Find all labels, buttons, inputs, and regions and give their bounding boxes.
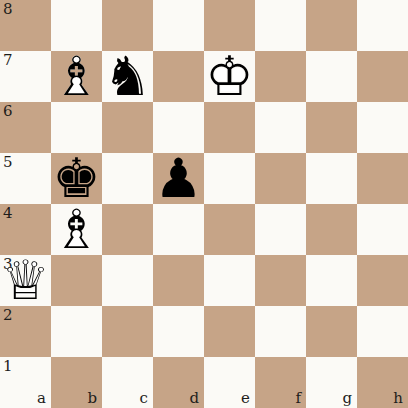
square-h3[interactable] [357, 255, 408, 306]
square-h2[interactable] [357, 306, 408, 357]
square-c3[interactable] [102, 255, 153, 306]
square-a3[interactable]: 3♛♕ [0, 255, 51, 306]
rank-label-8: 8 [3, 2, 13, 17]
square-f5[interactable] [255, 153, 306, 204]
square-b2[interactable] [51, 306, 102, 357]
square-b8[interactable] [51, 0, 102, 51]
square-f1[interactable]: f [255, 357, 306, 408]
square-f7[interactable] [255, 51, 306, 102]
square-a2[interactable]: 2 [0, 306, 51, 357]
file-label-f: f [295, 391, 301, 406]
rank-label-6: 6 [3, 104, 13, 119]
piece-black-king[interactable]: ♚ [51, 153, 102, 204]
square-h4[interactable] [357, 204, 408, 255]
square-f6[interactable] [255, 102, 306, 153]
file-label-c: c [140, 391, 148, 406]
file-label-a: a [37, 391, 46, 406]
square-g1[interactable]: g [306, 357, 357, 408]
square-d8[interactable] [153, 0, 204, 51]
square-c5[interactable] [102, 153, 153, 204]
square-a1[interactable]: 1a [0, 357, 51, 408]
square-h5[interactable] [357, 153, 408, 204]
square-b7[interactable]: ♝♗ [51, 51, 102, 102]
file-label-g: g [342, 391, 352, 406]
square-a8[interactable]: 8 [0, 0, 51, 51]
square-g8[interactable] [306, 0, 357, 51]
square-h6[interactable] [357, 102, 408, 153]
square-a4[interactable]: 4 [0, 204, 51, 255]
square-d7[interactable] [153, 51, 204, 102]
square-d2[interactable] [153, 306, 204, 357]
file-label-d: d [189, 391, 199, 406]
white-queen-icon: ♕ [0, 255, 51, 306]
square-e3[interactable] [204, 255, 255, 306]
square-d3[interactable] [153, 255, 204, 306]
piece-white-king[interactable]: ♚♔ [204, 51, 255, 102]
square-e8[interactable] [204, 0, 255, 51]
square-e7[interactable]: ♚♔ [204, 51, 255, 102]
piece-black-knight[interactable]: ♞ [102, 51, 153, 102]
square-c6[interactable] [102, 102, 153, 153]
square-b1[interactable]: b [51, 357, 102, 408]
square-d1[interactable]: d [153, 357, 204, 408]
square-d6[interactable] [153, 102, 204, 153]
square-b4[interactable]: ♝♗ [51, 204, 102, 255]
square-g4[interactable] [306, 204, 357, 255]
file-label-e: e [241, 391, 250, 406]
square-d4[interactable] [153, 204, 204, 255]
square-e6[interactable] [204, 102, 255, 153]
rank-label-4: 4 [3, 206, 13, 221]
square-e1[interactable]: e [204, 357, 255, 408]
piece-black-pawn[interactable]: ♟ [153, 153, 204, 204]
square-c7[interactable]: ♞ [102, 51, 153, 102]
square-g2[interactable] [306, 306, 357, 357]
square-b6[interactable] [51, 102, 102, 153]
square-f4[interactable] [255, 204, 306, 255]
square-a6[interactable]: 6 [0, 102, 51, 153]
square-h8[interactable] [357, 0, 408, 51]
square-a5[interactable]: 5 [0, 153, 51, 204]
square-b3[interactable] [51, 255, 102, 306]
square-e5[interactable] [204, 153, 255, 204]
black-king-icon: ♚ [51, 153, 102, 204]
square-e2[interactable] [204, 306, 255, 357]
square-h1[interactable]: h [357, 357, 408, 408]
square-f2[interactable] [255, 306, 306, 357]
square-f3[interactable] [255, 255, 306, 306]
square-g7[interactable] [306, 51, 357, 102]
rank-label-7: 7 [3, 53, 13, 68]
rank-label-5: 5 [3, 155, 13, 170]
white-king-icon: ♔ [204, 51, 255, 102]
black-knight-icon: ♞ [102, 51, 153, 102]
square-g5[interactable] [306, 153, 357, 204]
square-h7[interactable] [357, 51, 408, 102]
piece-white-bishop[interactable]: ♝♗ [51, 204, 102, 255]
square-g6[interactable] [306, 102, 357, 153]
piece-white-bishop[interactable]: ♝♗ [51, 51, 102, 102]
square-g3[interactable] [306, 255, 357, 306]
square-a7[interactable]: 7 [0, 51, 51, 102]
white-bishop-icon: ♗ [51, 51, 102, 102]
square-e4[interactable] [204, 204, 255, 255]
white-bishop-icon: ♗ [51, 204, 102, 255]
square-c8[interactable] [102, 0, 153, 51]
piece-white-queen[interactable]: ♛♕ [0, 255, 51, 306]
square-b5[interactable]: ♚ [51, 153, 102, 204]
black-pawn-icon: ♟ [153, 153, 204, 204]
square-c1[interactable]: c [102, 357, 153, 408]
square-c2[interactable] [102, 306, 153, 357]
square-c4[interactable] [102, 204, 153, 255]
square-f8[interactable] [255, 0, 306, 51]
file-label-h: h [393, 391, 403, 406]
rank-label-1: 1 [3, 359, 13, 374]
chess-board: 87♝♗♞♚♔65♚♟4♝♗3♛♕21abcdefgh [0, 0, 408, 408]
square-d5[interactable]: ♟ [153, 153, 204, 204]
file-label-b: b [87, 391, 97, 406]
